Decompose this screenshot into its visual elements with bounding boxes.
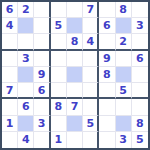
cell-r7c4[interactable]: 8 — [51, 99, 67, 115]
cell-r6c6[interactable] — [83, 83, 99, 99]
cell-r2c5[interactable] — [67, 18, 83, 34]
cell-r4c3[interactable] — [34, 51, 50, 67]
cell-r9c3[interactable] — [34, 132, 50, 148]
cell-r2c1[interactable]: 4 — [2, 18, 18, 34]
cell-r3c4[interactable] — [51, 34, 67, 50]
cell-r9c8[interactable]: 3 — [116, 132, 132, 148]
cell-r3c5[interactable]: 8 — [67, 34, 83, 50]
cell-r2c4[interactable]: 5 — [51, 18, 67, 34]
cell-r7c7[interactable] — [99, 99, 115, 115]
cell-r5c7[interactable]: 8 — [99, 67, 115, 83]
cell-r3c8[interactable]: 2 — [116, 34, 132, 50]
cell-r5c3[interactable]: 9 — [34, 67, 50, 83]
cell-r6c4[interactable] — [51, 83, 67, 99]
cell-r4c9[interactable]: 6 — [132, 51, 148, 67]
cell-r8c1[interactable]: 1 — [2, 116, 18, 132]
cell-r5c4[interactable] — [51, 67, 67, 83]
cell-r8c2[interactable] — [18, 116, 34, 132]
cell-r1c5[interactable] — [67, 2, 83, 18]
cell-r4c5[interactable] — [67, 51, 83, 67]
cell-r6c3[interactable]: 6 — [34, 83, 50, 99]
cell-r8c4[interactable] — [51, 116, 67, 132]
cell-r4c4[interactable] — [51, 51, 67, 67]
cell-r1c9[interactable] — [132, 2, 148, 18]
cell-r3c3[interactable] — [34, 34, 50, 50]
cell-r9c7[interactable] — [99, 132, 115, 148]
cell-r8c3[interactable]: 3 — [34, 116, 50, 132]
cell-r6c1[interactable]: 7 — [2, 83, 18, 99]
cell-r2c9[interactable]: 3 — [132, 18, 148, 34]
cell-r3c2[interactable] — [18, 34, 34, 50]
cell-r5c2[interactable] — [18, 67, 34, 83]
cell-r3c1[interactable] — [2, 34, 18, 50]
cell-r4c1[interactable] — [2, 51, 18, 67]
cell-r1c1[interactable]: 6 — [2, 2, 18, 18]
cell-r3c6[interactable]: 4 — [83, 34, 99, 50]
cell-r1c4[interactable] — [51, 2, 67, 18]
cell-r7c6[interactable] — [83, 99, 99, 115]
cell-r8c8[interactable] — [116, 116, 132, 132]
cell-r5c9[interactable] — [132, 67, 148, 83]
cell-r5c6[interactable] — [83, 67, 99, 83]
cell-r1c2[interactable]: 2 — [18, 2, 34, 18]
cell-r5c5[interactable] — [67, 67, 83, 83]
cell-r4c2[interactable]: 3 — [18, 51, 34, 67]
cell-r1c6[interactable]: 7 — [83, 2, 99, 18]
cell-r2c3[interactable] — [34, 18, 50, 34]
cell-r7c5[interactable]: 7 — [67, 99, 83, 115]
cell-r6c7[interactable] — [99, 83, 115, 99]
cell-r7c2[interactable]: 6 — [18, 99, 34, 115]
cell-r2c6[interactable] — [83, 18, 99, 34]
cell-r8c5[interactable] — [67, 116, 83, 132]
cell-r4c8[interactable] — [116, 51, 132, 67]
cell-r2c7[interactable]: 6 — [99, 18, 115, 34]
cell-r8c7[interactable] — [99, 116, 115, 132]
cell-r6c2[interactable] — [18, 83, 34, 99]
cell-r1c3[interactable] — [34, 2, 50, 18]
cell-r1c7[interactable] — [99, 2, 115, 18]
sudoku-board: 627845638423969876568713584135 — [0, 0, 150, 150]
cell-r9c1[interactable] — [2, 132, 18, 148]
cell-r6c8[interactable]: 5 — [116, 83, 132, 99]
cell-r3c7[interactable] — [99, 34, 115, 50]
cell-r1c8[interactable]: 8 — [116, 2, 132, 18]
cell-r8c6[interactable]: 5 — [83, 116, 99, 132]
cell-r5c1[interactable] — [2, 67, 18, 83]
cell-r2c2[interactable] — [18, 18, 34, 34]
cell-r9c9[interactable]: 5 — [132, 132, 148, 148]
cell-r7c1[interactable] — [2, 99, 18, 115]
cell-r7c3[interactable] — [34, 99, 50, 115]
cell-r4c7[interactable]: 9 — [99, 51, 115, 67]
cell-r4c6[interactable] — [83, 51, 99, 67]
cell-r6c9[interactable] — [132, 83, 148, 99]
cell-r3c9[interactable] — [132, 34, 148, 50]
cell-r8c9[interactable]: 8 — [132, 116, 148, 132]
cell-r9c2[interactable]: 4 — [18, 132, 34, 148]
cell-r7c8[interactable] — [116, 99, 132, 115]
cell-r6c5[interactable] — [67, 83, 83, 99]
cell-r9c6[interactable] — [83, 132, 99, 148]
cell-r5c8[interactable] — [116, 67, 132, 83]
cell-r7c9[interactable] — [132, 99, 148, 115]
cell-r9c4[interactable]: 1 — [51, 132, 67, 148]
cell-r9c5[interactable] — [67, 132, 83, 148]
cell-r2c8[interactable] — [116, 18, 132, 34]
